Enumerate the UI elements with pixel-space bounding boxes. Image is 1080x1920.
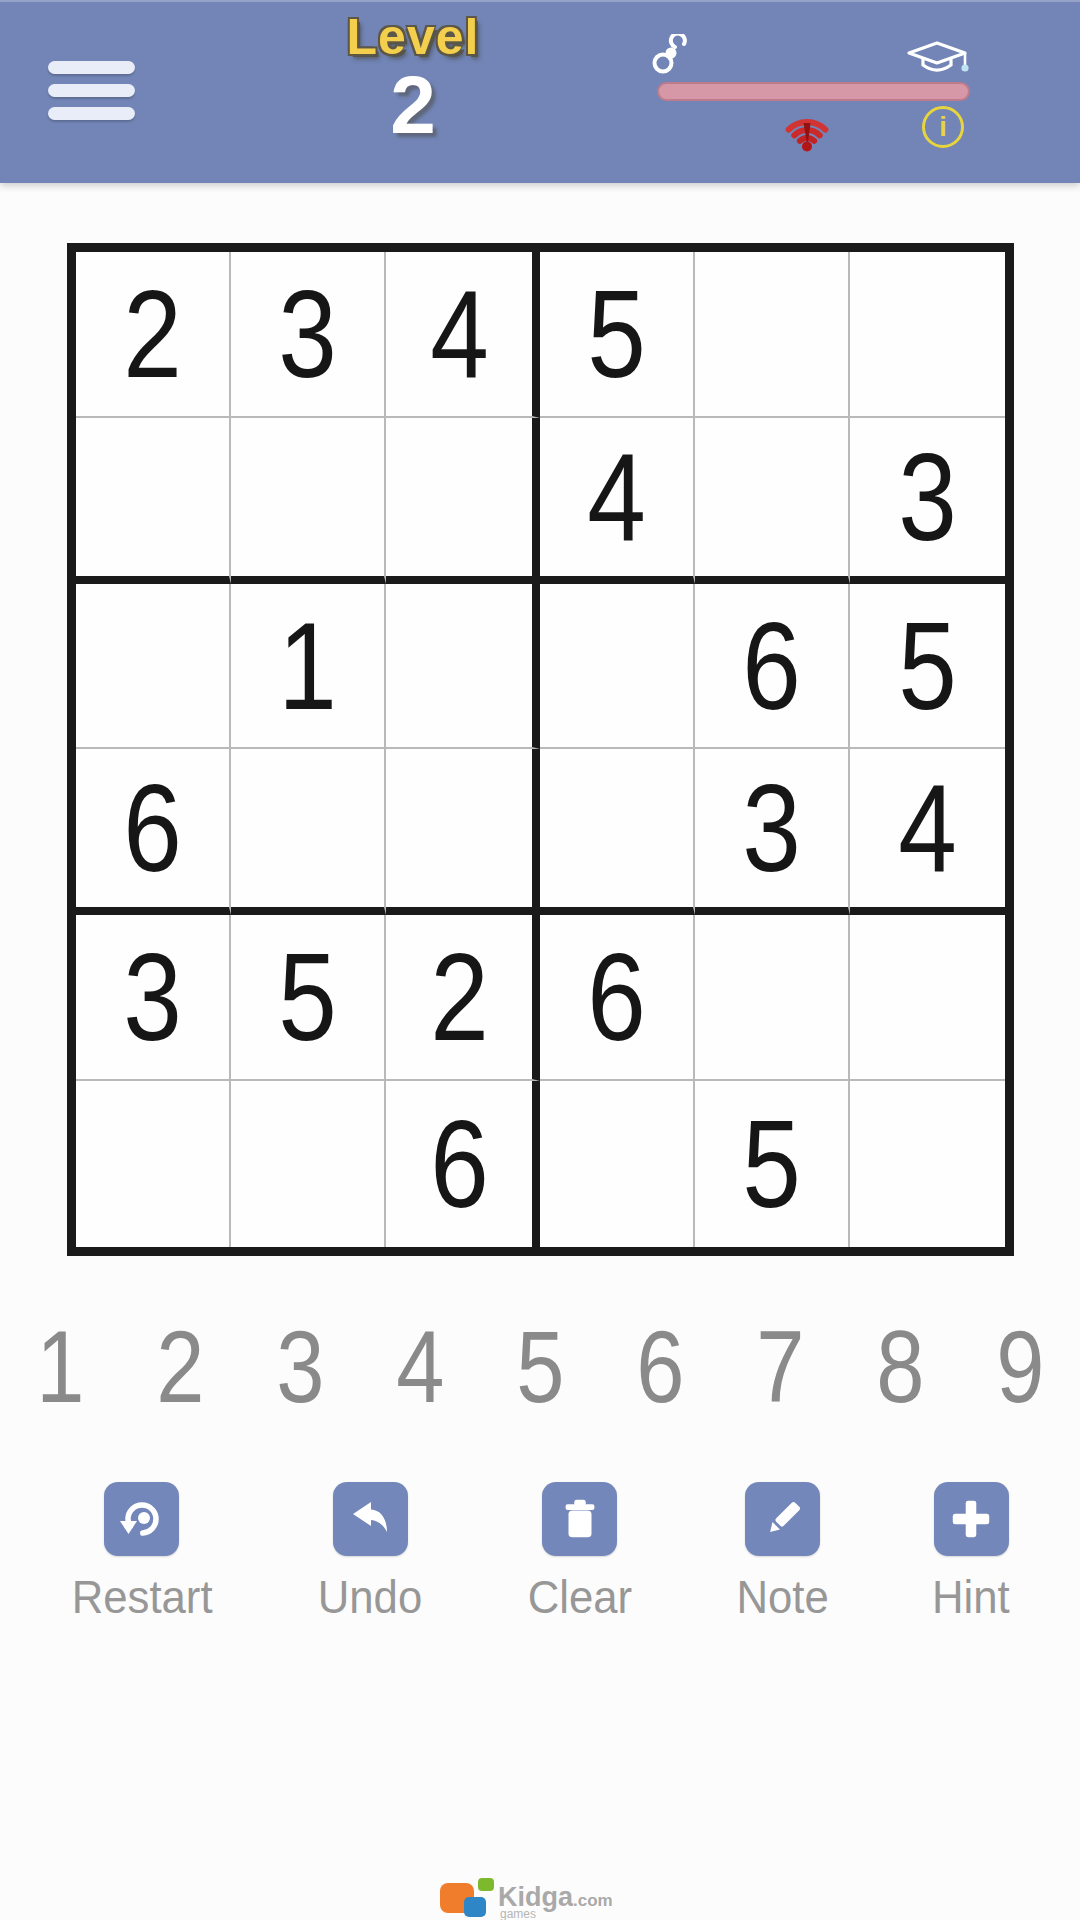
cell-value: 3 [278, 272, 337, 396]
clear-label: Clear [527, 1574, 631, 1620]
cell-value: 3 [898, 435, 957, 559]
info-letter: i [939, 114, 947, 141]
cell-r3c2[interactable]: 1 [231, 584, 386, 750]
cell-value: 5 [588, 272, 647, 396]
app-screen: Level 2 i 234543165634352665 12345 [0, 0, 1080, 1920]
pacifier-icon [650, 34, 688, 76]
cell-value: 1 [278, 604, 337, 728]
clear-button[interactable] [542, 1482, 617, 1556]
cell-r5c4[interactable]: 6 [540, 915, 695, 1081]
cell-value: 3 [123, 935, 182, 1059]
numpad-8[interactable]: 8 [876, 1316, 924, 1418]
cell-value: 5 [898, 604, 957, 728]
numpad-1[interactable]: 1 [36, 1316, 84, 1418]
cell-value: 6 [742, 604, 801, 728]
cell-r4c4[interactable] [540, 749, 695, 915]
cell-r1c4[interactable]: 5 [540, 252, 695, 418]
hamburger-bar [48, 107, 135, 120]
undo-icon [346, 1495, 394, 1543]
cell-r4c1[interactable]: 6 [76, 749, 231, 915]
cell-r2c1[interactable] [76, 418, 231, 584]
cell-r6c2[interactable] [231, 1081, 386, 1247]
cell-r5c1[interactable]: 3 [76, 915, 231, 1081]
cell-r5c5[interactable] [695, 915, 850, 1081]
cell-r1c6[interactable] [850, 252, 1005, 418]
tool-undo: Undo [315, 1482, 425, 1620]
undo-button[interactable] [333, 1482, 408, 1556]
restart-label: Restart [71, 1574, 212, 1620]
cell-r6c5[interactable]: 5 [695, 1081, 850, 1247]
numpad-3[interactable]: 3 [276, 1316, 324, 1418]
cell-r4c3[interactable] [386, 749, 541, 915]
cell-value: 6 [430, 1102, 489, 1226]
numpad-4[interactable]: 4 [396, 1316, 444, 1418]
cell-r2c6[interactable]: 3 [850, 418, 1005, 584]
undo-label: Undo [318, 1574, 422, 1620]
toolbar: Restart Undo Clear [0, 1482, 1080, 1620]
level-title: Level 2 [288, 8, 538, 148]
cell-r4c6[interactable]: 4 [850, 749, 1005, 915]
cell-r3c3[interactable] [386, 584, 541, 750]
info-icon[interactable]: i [922, 106, 964, 148]
cell-value: 4 [588, 435, 647, 559]
cell-value: 6 [588, 935, 647, 1059]
header-bar: Level 2 i [0, 0, 1080, 183]
cell-r4c2[interactable] [231, 749, 386, 915]
cell-r2c2[interactable] [231, 418, 386, 584]
cell-r3c5[interactable]: 6 [695, 584, 850, 750]
hint-label: Hint [932, 1574, 1010, 1620]
hint-button[interactable] [934, 1482, 1009, 1556]
numpad-2[interactable]: 2 [156, 1316, 204, 1418]
note-button[interactable] [745, 1482, 820, 1556]
tool-clear: Clear [525, 1482, 635, 1620]
progress-bar [657, 82, 970, 101]
tool-note: Note [734, 1482, 831, 1620]
cell-r6c4[interactable] [540, 1081, 695, 1247]
cell-r1c2[interactable]: 3 [231, 252, 386, 418]
level-value: 2 [288, 62, 538, 148]
cell-r2c4[interactable]: 4 [540, 418, 695, 584]
cell-value: 5 [278, 935, 337, 1059]
cell-r6c3[interactable]: 6 [386, 1081, 541, 1247]
numpad-5[interactable]: 5 [516, 1316, 564, 1418]
pencil-icon [760, 1496, 806, 1542]
cell-r3c1[interactable] [76, 584, 231, 750]
numpad-6[interactable]: 6 [636, 1316, 684, 1418]
logo-green-square [478, 1878, 494, 1891]
cell-value: 2 [430, 935, 489, 1059]
numpad-7[interactable]: 7 [756, 1316, 804, 1418]
restart-button[interactable] [104, 1482, 179, 1556]
number-pad: 123456789 [0, 1302, 1080, 1432]
cell-value: 6 [123, 766, 182, 890]
hamburger-bar [48, 84, 135, 97]
cell-r3c6[interactable]: 5 [850, 584, 1005, 750]
cell-r5c3[interactable]: 2 [386, 915, 541, 1081]
logo-domain: .com [573, 1891, 613, 1910]
hamburger-bar [48, 61, 135, 74]
logo-blue-square [464, 1897, 486, 1917]
cell-r6c1[interactable] [76, 1081, 231, 1247]
cell-r1c3[interactable]: 4 [386, 252, 541, 418]
cell-r1c1[interactable]: 2 [76, 252, 231, 418]
cell-r5c6[interactable] [850, 915, 1005, 1081]
cell-r6c6[interactable] [850, 1081, 1005, 1247]
kidga-logo[interactable]: Kidga.com games [440, 1876, 640, 1920]
sudoku-board: 234543165634352665 [67, 243, 1014, 1256]
cell-r2c3[interactable] [386, 418, 541, 584]
cell-r5c2[interactable]: 5 [231, 915, 386, 1081]
cell-r2c5[interactable] [695, 418, 850, 584]
level-label: Level [288, 8, 538, 66]
cell-r4c5[interactable]: 3 [695, 749, 850, 915]
cell-r3c4[interactable] [540, 584, 695, 750]
restart-icon [118, 1495, 166, 1543]
logo-subtext: games [500, 1907, 536, 1920]
cell-value: 3 [742, 766, 801, 890]
tool-hint: Hint [930, 1482, 1012, 1620]
signal-marker-icon [782, 104, 832, 152]
numpad-9[interactable]: 9 [996, 1316, 1044, 1418]
menu-button hamburger-icon[interactable] [48, 61, 136, 120]
cell-value: 2 [123, 272, 182, 396]
cell-value: 5 [742, 1102, 801, 1226]
graduation-cap-icon [905, 40, 971, 78]
tool-restart: Restart [68, 1482, 216, 1620]
cell-value: 4 [430, 272, 489, 396]
trash-icon [557, 1496, 603, 1542]
cell-value: 4 [898, 766, 957, 890]
note-label: Note [736, 1574, 828, 1620]
cell-r1c5[interactable] [695, 252, 850, 418]
plus-icon [948, 1496, 994, 1542]
